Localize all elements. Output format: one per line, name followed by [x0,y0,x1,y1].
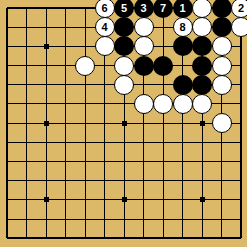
intersection-11-8[interactable] [212,152,232,171]
intersection-1-3[interactable] [17,56,37,75]
grid-line-v [46,56,47,75]
intersection-10-2[interactable] [192,37,212,56]
black-stone: 7 [153,0,173,18]
grid-line-v [85,190,86,209]
intersection-4-9[interactable] [75,171,95,190]
intersection-2-11[interactable] [36,209,56,228]
intersection-6-4[interactable] [114,75,134,94]
grid-line-v [163,133,164,152]
intersection-11-2[interactable] [212,37,232,56]
intersection-7-2[interactable] [134,37,154,56]
intersection-6-3[interactable] [114,56,134,75]
intersection-5-12[interactable] [95,229,115,247]
intersection-5-0[interactable]: 6 [95,0,115,18]
intersection-1-10[interactable] [17,190,37,209]
grid-line-v [104,190,105,209]
intersection-1-0[interactable] [17,0,37,18]
intersection-0-9[interactable] [0,171,17,190]
grid-line-v [221,152,222,171]
intersection-12-1[interactable] [231,18,247,37]
grid-line-v [46,209,47,228]
intersection-9-3[interactable] [173,56,193,75]
intersection-11-5[interactable] [212,94,232,113]
intersection-8-5[interactable] [153,94,173,113]
intersection-5-8[interactable] [95,152,115,171]
intersection-7-4[interactable] [134,75,154,94]
grid-line-v [143,152,144,171]
grid-line-v [124,209,125,228]
intersection-9-7[interactable] [173,133,193,152]
intersection-1-4[interactable] [17,75,37,94]
intersection-3-8[interactable] [56,152,76,171]
intersection-2-9[interactable] [36,171,56,190]
move-number: 1 [179,3,185,14]
white-stone: 2 [231,0,247,18]
intersection-12-11[interactable] [231,209,247,228]
intersection-12-7[interactable] [231,133,247,152]
grid-line-v [240,75,242,94]
intersection-10-10[interactable] [192,190,212,209]
intersection-0-7[interactable] [0,133,17,152]
white-stone [212,75,232,95]
intersection-3-5[interactable] [56,94,76,113]
intersection-11-7[interactable] [212,133,232,152]
grid-line-v [182,152,183,171]
intersection-10-11[interactable] [192,209,212,228]
intersection-9-5[interactable] [173,94,193,113]
white-stone [134,17,154,37]
intersection-6-7[interactable] [114,133,134,152]
intersection-2-8[interactable] [36,152,56,171]
star-point [44,197,49,202]
grid-line-v [221,94,222,113]
black-stone: 5 [114,0,134,18]
intersection-11-1[interactable] [212,18,232,37]
intersection-11-9[interactable] [212,171,232,190]
intersection-7-1[interactable] [134,18,154,37]
intersection-2-12[interactable] [36,229,56,247]
star-point [44,44,49,49]
black-stone [173,36,193,56]
grid-line-v [26,209,27,228]
intersection-4-3[interactable] [75,56,95,75]
grid-line-v [163,152,164,171]
grid-line-v [6,152,8,171]
grid-line-h [7,237,17,239]
intersection-1-5[interactable] [17,94,37,113]
grid-line-v [46,94,47,113]
intersection-1-1[interactable] [17,18,37,37]
grid-line-v [85,8,86,18]
intersection-7-11[interactable] [134,209,154,228]
intersection-5-10[interactable] [95,190,115,209]
intersection-4-11[interactable] [75,209,95,228]
grid-line-v [202,152,203,171]
intersection-7-3[interactable] [134,56,154,75]
grid-line-v [85,18,86,37]
go-board: 65371248 [0,0,247,247]
intersection-6-12[interactable] [114,229,134,247]
grid-line-v [240,229,242,239]
intersection-11-10[interactable] [212,190,232,209]
intersection-5-3[interactable] [95,56,115,75]
intersection-2-7[interactable] [36,133,56,152]
intersection-11-0[interactable] [212,0,232,18]
intersection-11-6[interactable] [212,114,232,133]
intersection-8-12[interactable] [153,229,173,247]
intersection-6-2[interactable] [114,37,134,56]
grid-line-v [143,75,144,94]
grid-line-v [6,229,8,239]
grid-line-v [143,209,144,228]
grid-line-v [240,37,242,56]
grid-line-v [240,133,242,152]
intersection-11-3[interactable] [212,56,232,75]
intersection-3-6[interactable] [56,114,76,133]
intersection-2-3[interactable] [36,56,56,75]
intersection-8-8[interactable] [153,152,173,171]
intersection-0-8[interactable] [0,152,17,171]
intersection-8-9[interactable] [153,171,173,190]
intersection-8-2[interactable] [153,37,173,56]
intersection-3-2[interactable] [56,37,76,56]
white-stone [212,113,232,133]
intersection-3-1[interactable] [56,18,76,37]
intersection-5-4[interactable] [95,75,115,94]
intersection-12-8[interactable] [231,152,247,171]
intersection-0-2[interactable] [0,37,17,56]
intersection-12-2[interactable] [231,37,247,56]
grid-line-v [240,56,242,75]
intersection-9-4[interactable] [173,75,193,94]
grid-line-v [163,209,164,228]
intersection-2-4[interactable] [36,75,56,94]
grid-line-v [143,133,144,152]
intersection-9-10[interactable] [173,190,193,209]
intersection-0-1[interactable] [0,18,17,37]
intersection-1-12[interactable] [17,229,37,247]
intersection-9-11[interactable] [173,209,193,228]
grid-line-v [6,75,8,94]
move-number: 8 [179,22,185,33]
intersection-10-1[interactable] [192,18,212,37]
intersection-8-10[interactable] [153,190,173,209]
white-stone [134,94,154,114]
intersection-8-1[interactable] [153,18,173,37]
intersection-8-11[interactable] [153,209,173,228]
grid-line-v [65,171,66,190]
intersection-0-4[interactable] [0,75,17,94]
intersection-4-1[interactable] [75,18,95,37]
grid-line-v [85,114,86,133]
intersection-1-2[interactable] [17,37,37,56]
intersection-12-3[interactable] [231,56,247,75]
intersection-8-3[interactable] [153,56,173,75]
grid-line-v [26,18,27,37]
intersection-2-5[interactable] [36,94,56,113]
grid-line-v [182,133,183,152]
grid-line-v [104,114,105,133]
grid-line-v [65,37,66,56]
intersection-8-7[interactable] [153,133,173,152]
intersection-8-4[interactable] [153,75,173,94]
grid-line-v [124,152,125,171]
intersection-0-6[interactable] [0,114,17,133]
intersection-5-1[interactable]: 4 [95,18,115,37]
grid-line-v [65,8,66,18]
grid-line-v [46,18,47,37]
intersection-6-8[interactable] [114,152,134,171]
intersection-3-7[interactable] [56,133,76,152]
star-point [122,197,127,202]
intersection-1-8[interactable] [17,152,37,171]
grid-line-v [240,171,242,190]
intersection-9-9[interactable] [173,171,193,190]
black-stone [134,56,154,76]
black-stone [212,0,232,18]
intersection-0-10[interactable] [0,190,17,209]
intersection-7-5[interactable] [134,94,154,113]
intersection-5-2[interactable] [95,37,115,56]
intersection-12-0[interactable]: 2 [231,0,247,18]
black-stone [114,17,134,37]
grid-line-v [163,18,164,37]
intersection-11-4[interactable] [212,75,232,94]
grid-line-v [182,171,183,190]
grid-line-v [85,152,86,171]
intersection-3-4[interactable] [56,75,76,94]
intersection-4-2[interactable] [75,37,95,56]
grid-line-h [7,84,17,85]
grid-line-v [163,171,164,190]
intersection-2-6[interactable] [36,114,56,133]
intersection-4-4[interactable] [75,75,95,94]
grid-line-v [26,171,27,190]
grid-line-v [65,56,66,75]
intersection-1-11[interactable] [17,209,37,228]
grid-line-v [163,190,164,209]
intersection-10-7[interactable] [192,133,212,152]
grid-line-v [163,229,164,239]
grid-line-v [124,229,125,239]
star-point [122,121,127,126]
intersection-3-3[interactable] [56,56,76,75]
intersection-7-0[interactable]: 3 [134,0,154,18]
white-stone: 4 [95,17,115,37]
grid-line-h [7,199,17,200]
grid-line-v [6,8,8,18]
grid-line-v [46,8,47,18]
grid-line-v [46,133,47,152]
intersection-4-0[interactable] [75,0,95,18]
move-number: 7 [160,3,166,14]
intersection-10-9[interactable] [192,171,212,190]
grid-line-h [7,27,17,28]
intersection-12-12[interactable] [231,229,247,247]
grid-line-v [26,8,27,18]
intersection-5-11[interactable] [95,209,115,228]
intersection-10-6[interactable] [192,114,212,133]
intersection-7-10[interactable] [134,190,154,209]
grid-line-v [104,171,105,190]
intersection-7-9[interactable] [134,171,154,190]
intersection-3-9[interactable] [56,171,76,190]
intersection-10-8[interactable] [192,152,212,171]
grid-line-v [124,94,125,113]
intersection-2-1[interactable] [36,18,56,37]
intersection-0-5[interactable] [0,94,17,113]
grid-line-h [7,7,17,9]
intersection-10-3[interactable] [192,56,212,75]
grid-line-v [26,56,27,75]
white-stone [114,75,134,95]
intersection-4-7[interactable] [75,133,95,152]
white-stone [212,56,232,76]
grid-line-v [6,171,8,190]
intersection-12-9[interactable] [231,171,247,190]
grid-line-v [6,18,8,37]
grid-line-v [240,209,242,228]
grid-line-v [65,94,66,113]
white-stone [192,17,212,37]
intersection-9-12[interactable] [173,229,193,247]
intersection-12-5[interactable] [231,94,247,113]
grid-line-v [65,114,66,133]
intersection-6-11[interactable] [114,209,134,228]
intersection-5-7[interactable] [95,133,115,152]
intersection-10-12[interactable] [192,229,212,247]
intersection-3-0[interactable] [56,0,76,18]
intersection-12-10[interactable] [231,190,247,209]
grid-line-v [202,133,203,152]
grid-line-h [7,46,17,47]
grid-line-v [46,75,47,94]
black-stone [212,17,232,37]
grid-line-v [104,56,105,75]
intersection-2-10[interactable] [36,190,56,209]
move-number: 2 [238,3,244,14]
grid-line-h [7,103,17,104]
intersection-9-8[interactable] [173,152,193,171]
move-number: 4 [101,22,107,33]
intersection-11-11[interactable] [212,209,232,228]
grid-line-v [182,190,183,209]
intersection-0-0[interactable] [0,0,17,18]
intersection-6-5[interactable] [114,94,134,113]
grid-line-v [26,114,27,133]
white-stone [192,94,212,114]
move-number: 3 [140,3,146,14]
grid-line-h [7,65,17,66]
intersection-2-2[interactable] [36,37,56,56]
intersection-2-0[interactable] [36,0,56,18]
intersection-1-6[interactable] [17,114,37,133]
grid-line-v [143,190,144,209]
intersection-9-6[interactable] [173,114,193,133]
grid-line-v [104,229,105,239]
intersection-6-9[interactable] [114,171,134,190]
grid-line-v [143,114,144,133]
intersection-9-1[interactable]: 8 [173,18,193,37]
intersection-8-6[interactable] [153,114,173,133]
white-stone [192,0,212,18]
intersection-7-8[interactable] [134,152,154,171]
intersection-3-12[interactable] [56,229,76,247]
intersection-6-10[interactable] [114,190,134,209]
grid-line-v [221,190,222,209]
intersection-0-12[interactable] [0,229,17,247]
intersection-6-1[interactable] [114,18,134,37]
grid-line-v [6,209,8,228]
intersection-4-5[interactable] [75,94,95,113]
intersection-4-10[interactable] [75,190,95,209]
grid-line-h [7,219,17,220]
white-stone [75,56,95,76]
intersection-6-0[interactable]: 5 [114,0,134,18]
intersection-0-11[interactable] [0,209,17,228]
black-stone [153,56,173,76]
intersection-10-5[interactable] [192,94,212,113]
white-stone [95,36,115,56]
grid-line-v [26,133,27,152]
intersection-4-8[interactable] [75,152,95,171]
grid-line-v [104,209,105,228]
intersection-12-6[interactable] [231,114,247,133]
intersection-9-0[interactable]: 1 [173,0,193,18]
grid-line-v [85,209,86,228]
intersection-7-7[interactable] [134,133,154,152]
intersection-0-3[interactable] [0,56,17,75]
grid-line-v [240,152,242,171]
star-point [44,121,49,126]
intersection-7-6[interactable] [134,114,154,133]
intersection-10-0[interactable] [192,0,212,18]
intersection-5-5[interactable] [95,94,115,113]
intersection-12-4[interactable] [231,75,247,94]
intersection-4-6[interactable] [75,114,95,133]
intersection-5-6[interactable] [95,114,115,133]
black-stone [173,75,193,95]
grid-line-v [143,229,144,239]
intersection-3-11[interactable] [56,209,76,228]
intersection-7-12[interactable] [134,229,154,247]
grid-line-v [182,209,183,228]
grid-line-v [65,229,66,239]
grid-line-v [124,171,125,190]
intersection-4-12[interactable] [75,229,95,247]
intersection-3-10[interactable] [56,190,76,209]
grid-line-v [104,75,105,94]
grid-line-v [240,190,242,209]
grid-line-v [163,114,164,133]
grid-line-h [7,123,17,124]
intersection-5-9[interactable] [95,171,115,190]
intersection-8-0[interactable]: 7 [153,0,173,18]
grid-line-v [104,94,105,113]
grid-line-v [6,56,8,75]
intersection-10-4[interactable] [192,75,212,94]
intersection-1-7[interactable] [17,133,37,152]
grid-line-v [221,229,222,239]
intersection-1-9[interactable] [17,171,37,190]
intersection-9-2[interactable] [173,37,193,56]
intersection-6-6[interactable] [114,114,134,133]
grid-line-v [143,171,144,190]
grid-line-v [65,190,66,209]
grid-line-v [46,171,47,190]
intersection-11-12[interactable] [212,229,232,247]
grid-line-v [221,171,222,190]
